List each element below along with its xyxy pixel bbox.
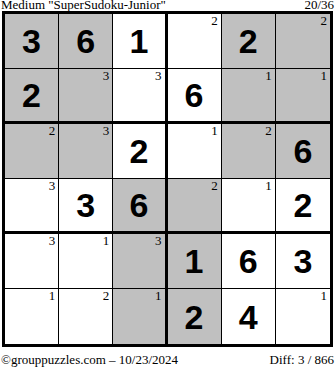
copyright-and-date: ©grouppuzzles.com – 10/23/2024 bbox=[1, 352, 178, 367]
cell-value: 6 bbox=[129, 188, 148, 222]
cell-value: 3 bbox=[293, 244, 312, 278]
cell-value: 2 bbox=[22, 78, 41, 112]
corner-mark: 3 bbox=[49, 179, 56, 193]
cell-r4c4[interactable]: 2 bbox=[168, 179, 222, 234]
cell-r1c5: 2 bbox=[222, 14, 276, 69]
cell-value: 6 bbox=[293, 134, 312, 168]
corner-mark: 2 bbox=[211, 179, 218, 193]
cell-r5c1[interactable]: 3 bbox=[5, 234, 59, 289]
cell-value: 2 bbox=[239, 24, 258, 58]
puzzle-title: Medium "SuperSudoku-Junior" bbox=[1, 0, 166, 11]
cell-value: 2 bbox=[129, 134, 148, 168]
corner-mark: 3 bbox=[49, 234, 56, 248]
cell-r3c4[interactable]: 1 bbox=[168, 124, 222, 179]
cell-r4c6: 2 bbox=[276, 179, 330, 234]
cell-value: 6 bbox=[76, 24, 95, 58]
corner-mark: 1 bbox=[103, 234, 110, 248]
cell-r5c4: 1 bbox=[168, 234, 222, 289]
corner-mark: 2 bbox=[103, 289, 110, 303]
cell-r1c1: 3 bbox=[5, 14, 59, 69]
cell-r4c2: 3 bbox=[59, 179, 113, 234]
cell-r2c2[interactable]: 3 bbox=[59, 69, 113, 124]
cell-r2c5[interactable]: 1 bbox=[222, 69, 276, 124]
header: Medium "SuperSudoku-Junior" 20/36 bbox=[1, 0, 334, 11]
cell-value: 6 bbox=[185, 78, 204, 112]
cell-r3c1[interactable]: 2 bbox=[5, 124, 59, 179]
cell-value: 1 bbox=[129, 24, 148, 58]
cell-value: 3 bbox=[76, 188, 95, 222]
corner-mark: 1 bbox=[155, 289, 162, 303]
cell-r1c6[interactable]: 2 bbox=[276, 14, 330, 69]
corner-mark: 3 bbox=[155, 69, 162, 83]
cell-r4c5[interactable]: 1 bbox=[222, 179, 276, 234]
cell-r2c1: 2 bbox=[5, 69, 59, 124]
cell-value: 4 bbox=[239, 300, 258, 334]
cell-r4c1[interactable]: 3 bbox=[5, 179, 59, 234]
cell-r3c3: 2 bbox=[113, 124, 167, 179]
cell-r1c4[interactable]: 2 bbox=[168, 14, 222, 69]
cell-r5c2[interactable]: 1 bbox=[59, 234, 113, 289]
cell-r3c6: 6 bbox=[276, 124, 330, 179]
corner-mark: 3 bbox=[155, 234, 162, 248]
cell-r2c4: 6 bbox=[168, 69, 222, 124]
corner-mark: 1 bbox=[49, 289, 56, 303]
corner-mark: 3 bbox=[103, 69, 110, 83]
cell-value: 6 bbox=[239, 244, 258, 278]
cell-r6c3[interactable]: 1 bbox=[113, 289, 167, 344]
cell-r6c1[interactable]: 1 bbox=[5, 289, 59, 344]
cell-r1c3: 1 bbox=[113, 14, 167, 69]
cell-r5c5: 6 bbox=[222, 234, 276, 289]
cell-r5c6: 3 bbox=[276, 234, 330, 289]
puzzle-page: Medium "SuperSudoku-Junior" 20/36 361222… bbox=[0, 0, 336, 370]
cell-r6c5: 4 bbox=[222, 289, 276, 344]
corner-mark: 1 bbox=[265, 69, 272, 83]
corner-mark: 3 bbox=[103, 124, 110, 138]
cell-r2c3[interactable]: 3 bbox=[113, 69, 167, 124]
cell-r4c3: 6 bbox=[113, 179, 167, 234]
cell-r1c2: 6 bbox=[59, 14, 113, 69]
cell-r6c2[interactable]: 2 bbox=[59, 289, 113, 344]
cell-value: 2 bbox=[293, 188, 312, 222]
sudoku-board: 361222233611232126336212313163121241 bbox=[2, 11, 333, 347]
difficulty-label: Diff: 3 / 866 bbox=[270, 352, 334, 367]
cell-r3c5[interactable]: 2 bbox=[222, 124, 276, 179]
corner-mark: 1 bbox=[211, 124, 218, 138]
footer: ©grouppuzzles.com – 10/23/2024 Diff: 3 /… bbox=[1, 352, 334, 367]
corner-mark: 1 bbox=[321, 69, 328, 83]
corner-mark: 2 bbox=[265, 124, 272, 138]
cell-value: 1 bbox=[185, 244, 204, 278]
cell-r6c6[interactable]: 1 bbox=[276, 289, 330, 344]
corner-mark: 2 bbox=[49, 124, 56, 138]
cell-value: 3 bbox=[22, 24, 41, 58]
cell-r2c6[interactable]: 1 bbox=[276, 69, 330, 124]
corner-mark: 1 bbox=[321, 289, 328, 303]
corner-mark: 1 bbox=[265, 179, 272, 193]
corner-mark: 2 bbox=[321, 14, 328, 28]
cell-r3c2[interactable]: 3 bbox=[59, 124, 113, 179]
cell-r5c3[interactable]: 3 bbox=[113, 234, 167, 289]
corner-mark: 2 bbox=[211, 14, 218, 28]
empty-cell-counter: 20/36 bbox=[304, 0, 334, 11]
cell-value: 2 bbox=[185, 300, 204, 334]
cell-r6c4: 2 bbox=[168, 289, 222, 344]
